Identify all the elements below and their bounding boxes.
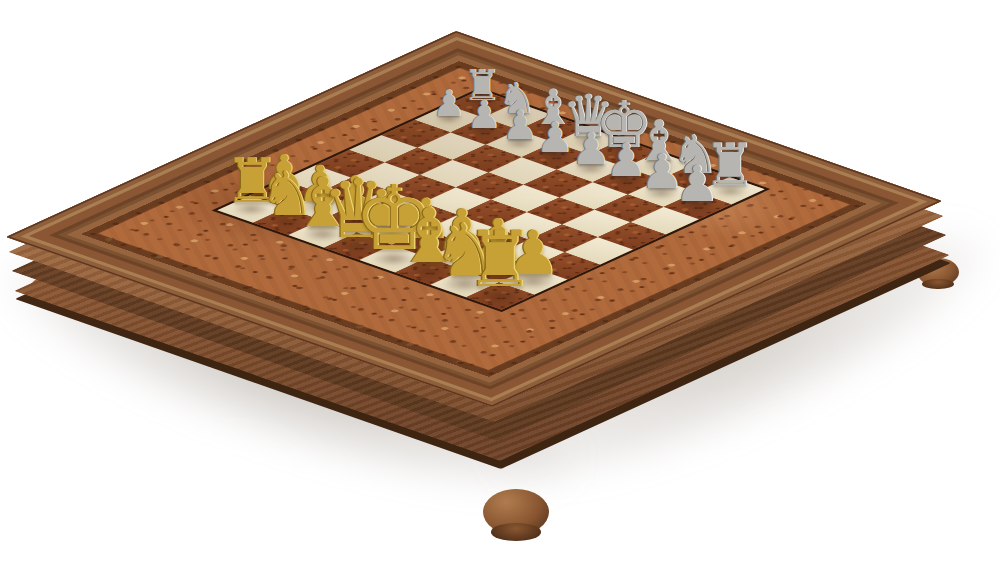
- silver-pawn-piece[interactable]: ♟: [432, 85, 465, 122]
- silver-pawn-piece[interactable]: ♟: [502, 106, 538, 146]
- silver-pawn-piece[interactable]: ♟: [536, 116, 574, 158]
- silver-pawn-piece[interactable]: ♟: [675, 159, 719, 209]
- gold-rook-piece[interactable]: ♜: [465, 222, 535, 300]
- bun-foot-front: [483, 489, 549, 535]
- chess-set-product-photo: ♜♞♝♛♚♝♞♜♟♟♟♟♟♟♟♟♟♟♟♟♟♟♟♟♜♞♝♛♚♝♞♜: [0, 0, 1000, 566]
- silver-pawn-piece[interactable]: ♟: [467, 95, 501, 133]
